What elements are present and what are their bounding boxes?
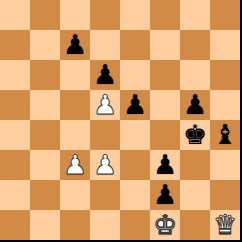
square-c1[interactable]	[60, 210, 90, 240]
square-f4[interactable]	[150, 120, 180, 150]
square-a8[interactable]	[0, 0, 30, 30]
black-pawn-piece[interactable]: ♟	[63, 30, 87, 60]
chess-board: ♟♟♟♟♟♚♝♟♟♟♟♚♛	[0, 0, 240, 240]
square-e6[interactable]	[120, 60, 150, 90]
black-pawn-piece[interactable]: ♟	[123, 90, 147, 120]
square-b1[interactable]	[30, 210, 60, 240]
square-g4[interactable]: ♚	[180, 120, 210, 150]
square-e2[interactable]	[120, 180, 150, 210]
square-b2[interactable]	[30, 180, 60, 210]
square-b5[interactable]	[30, 90, 60, 120]
square-d7[interactable]	[90, 30, 120, 60]
square-h8[interactable]	[210, 0, 240, 30]
square-d3[interactable]: ♟	[90, 150, 120, 180]
square-a3[interactable]	[0, 150, 30, 180]
square-g3[interactable]	[180, 150, 210, 180]
black-bishop-piece[interactable]: ♝	[213, 120, 237, 150]
square-b8[interactable]	[30, 0, 60, 30]
square-a6[interactable]	[0, 60, 30, 90]
square-g1[interactable]	[180, 210, 210, 240]
square-c2[interactable]	[60, 180, 90, 210]
black-king-piece[interactable]: ♚	[183, 120, 207, 150]
square-g7[interactable]	[180, 30, 210, 60]
white-queen-piece[interactable]: ♛	[213, 210, 237, 240]
square-g8[interactable]	[180, 0, 210, 30]
square-h2[interactable]	[210, 180, 240, 210]
square-b6[interactable]	[30, 60, 60, 90]
black-pawn-piece[interactable]: ♟	[183, 90, 207, 120]
square-h3[interactable]	[210, 150, 240, 180]
square-f2[interactable]: ♟	[150, 180, 180, 210]
square-e3[interactable]	[120, 150, 150, 180]
square-f3[interactable]: ♟	[150, 150, 180, 180]
square-a1[interactable]	[0, 210, 30, 240]
white-pawn-piece[interactable]: ♟	[63, 150, 87, 180]
square-b4[interactable]	[30, 120, 60, 150]
white-pawn-piece[interactable]: ♟	[93, 150, 117, 180]
square-a7[interactable]	[0, 30, 30, 60]
square-d1[interactable]	[90, 210, 120, 240]
square-a4[interactable]	[0, 120, 30, 150]
square-c7[interactable]: ♟	[60, 30, 90, 60]
square-e5[interactable]: ♟	[120, 90, 150, 120]
square-h5[interactable]	[210, 90, 240, 120]
square-g2[interactable]	[180, 180, 210, 210]
white-pawn-piece[interactable]: ♟	[93, 90, 117, 120]
square-d6[interactable]: ♟	[90, 60, 120, 90]
square-c5[interactable]	[60, 90, 90, 120]
square-f6[interactable]	[150, 60, 180, 90]
square-c6[interactable]	[60, 60, 90, 90]
square-c3[interactable]: ♟	[60, 150, 90, 180]
square-d5[interactable]: ♟	[90, 90, 120, 120]
square-f1[interactable]: ♚	[150, 210, 180, 240]
square-c4[interactable]	[60, 120, 90, 150]
square-g6[interactable]	[180, 60, 210, 90]
white-king-piece[interactable]: ♚	[153, 210, 177, 240]
square-a2[interactable]	[0, 180, 30, 210]
black-pawn-piece[interactable]: ♟	[93, 60, 117, 90]
chess-board-frame: ♟♟♟♟♟♚♝♟♟♟♟♚♛	[0, 0, 242, 242]
square-d2[interactable]	[90, 180, 120, 210]
square-e8[interactable]	[120, 0, 150, 30]
square-e7[interactable]	[120, 30, 150, 60]
black-pawn-piece[interactable]: ♟	[153, 150, 177, 180]
square-f5[interactable]	[150, 90, 180, 120]
square-b7[interactable]	[30, 30, 60, 60]
square-a5[interactable]	[0, 90, 30, 120]
square-b3[interactable]	[30, 150, 60, 180]
square-h1[interactable]: ♛	[210, 210, 240, 240]
square-e4[interactable]	[120, 120, 150, 150]
black-pawn-piece[interactable]: ♟	[153, 180, 177, 210]
square-g5[interactable]: ♟	[180, 90, 210, 120]
square-f7[interactable]	[150, 30, 180, 60]
square-h6[interactable]	[210, 60, 240, 90]
square-d8[interactable]	[90, 0, 120, 30]
square-h7[interactable]	[210, 30, 240, 60]
square-d4[interactable]	[90, 120, 120, 150]
square-e1[interactable]	[120, 210, 150, 240]
square-f8[interactable]	[150, 0, 180, 30]
square-c8[interactable]	[60, 0, 90, 30]
square-h4[interactable]: ♝	[210, 120, 240, 150]
